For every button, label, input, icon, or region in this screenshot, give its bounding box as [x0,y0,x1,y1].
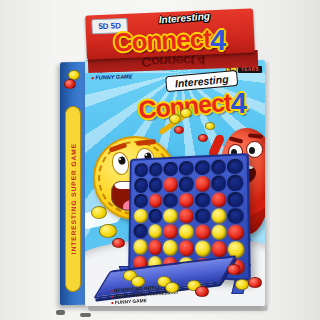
grid-cell [133,240,147,255]
eye [110,150,131,176]
pupil [118,156,127,165]
box-side-panel: INTERESTING SUPER GAME [60,62,87,305]
yellow-disc [169,114,181,124]
yellow-disc [131,276,145,287]
box-right-edge [265,62,272,305]
red-disc [227,264,241,275]
grid-cell [228,191,244,207]
lid-title-connect: Connect [113,23,211,57]
red-disc [64,79,76,89]
grid-cell [179,225,194,240]
bullet-icon: ● [110,288,113,293]
grid-cell [195,176,210,191]
yellow-disc [91,206,107,219]
grid-cell [211,159,227,175]
side-banner-text: INTERESTING SUPER GAME [70,143,77,254]
side-vertical-banner: INTERESTING SUPER GAME [65,106,81,292]
red-disc [198,134,208,142]
yellow-disc [235,279,249,290]
red-disc [174,126,184,134]
grid-cell [134,178,148,193]
grid-cell [228,208,244,224]
bullet-icon: ● [91,75,95,81]
bullet-icon: ● [111,300,114,305]
grid-cell [227,159,243,175]
grid-cell [179,177,194,192]
red-disc [112,238,125,248]
front-logo: Interesting Connect4 [123,66,261,126]
lid-title-four: 4 [210,24,227,57]
grid-cell [211,208,227,223]
grid-cell [164,162,178,177]
grid-cell [163,240,178,255]
grid-cell [179,192,194,207]
grid-cell [195,225,210,241]
eyebrow [229,136,244,143]
yellow-disc [180,108,192,118]
grid-cell [134,224,148,239]
grid-cell [134,193,148,207]
grid-cell [211,176,227,192]
lid-title: Connect4 [90,20,251,60]
grid-cell [179,208,194,223]
grid-cell [148,240,162,255]
red-disc [195,286,209,297]
grid-cell [211,225,227,241]
grid-cell [148,224,162,239]
yellow-disc [165,282,179,293]
grid-cell [227,175,243,191]
grid-cell [179,161,194,176]
grid-cell [149,162,163,177]
photo-artifact [80,313,91,317]
front-title-four: 4 [231,87,247,120]
yellow-disc [99,224,117,238]
eyebrow [248,133,263,139]
grid-cell [211,241,227,257]
grid-cell [164,193,178,208]
yellow-disc [205,122,215,130]
product-photo: 5D 5D Interesting Connect4 Connect 4 INT… [0,0,320,320]
grid-cell [163,224,178,239]
grid-cell [195,160,210,175]
grid-cell [195,192,210,207]
eyebrow [136,139,156,146]
grid-cell [195,208,210,223]
grid-cell [195,241,210,257]
grid-cell [148,209,162,224]
game-box: 5D 5D Interesting Connect4 Connect 4 INT… [58,8,270,308]
box-front-panel: ●NEW DESIGN ●FUNNY GAME 3+ YEARS Interes… [85,60,265,306]
pupil [249,147,255,154]
bullet-icon: ● [110,294,113,299]
grid-cell [149,178,163,193]
red-disc [248,277,262,288]
photo-artifact [56,310,65,315]
grid-cell [134,209,148,223]
grid-cell [211,192,227,207]
grid-cell [228,225,244,241]
grid-cell [149,193,163,208]
grid-cell [134,163,148,178]
box-lid: 5D 5D Interesting Connect4 [85,8,255,59]
grid-cell [179,241,194,257]
grid-cell [164,209,178,224]
grid-cell [164,177,178,192]
